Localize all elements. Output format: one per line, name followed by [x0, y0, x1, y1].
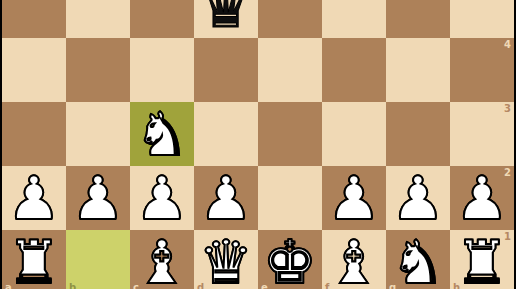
square-c5[interactable] [130, 0, 194, 38]
chess-board-viewport: ♜♞♝♚♝♞♜8♟♟♟♟♟♟♟76♛54♞3♟♟♟♟♟♟♟2♜ab♝c♛d♚e♝… [0, 0, 516, 289]
white-bishop[interactable]: ♝ [322, 230, 386, 289]
square-h5[interactable]: 5 [450, 0, 514, 38]
white-rook[interactable]: ♜ [2, 230, 66, 289]
square-f3[interactable] [322, 102, 386, 166]
black-queen[interactable]: ♛ [194, 0, 258, 38]
file-label-d: d [197, 283, 204, 289]
square-a5[interactable] [2, 0, 66, 38]
square-h2[interactable]: ♟2 [450, 166, 514, 230]
rank-label-2: 2 [504, 168, 511, 178]
square-b5[interactable] [66, 0, 130, 38]
file-label-b: b [69, 283, 76, 289]
square-c3[interactable]: ♞ [130, 102, 194, 166]
square-a4[interactable] [2, 38, 66, 102]
square-a2[interactable]: ♟ [2, 166, 66, 230]
file-label-a: a [5, 283, 12, 289]
square-e3[interactable] [258, 102, 322, 166]
square-e4[interactable] [258, 38, 322, 102]
square-f4[interactable] [322, 38, 386, 102]
chess-board: ♜♞♝♚♝♞♜8♟♟♟♟♟♟♟76♛54♞3♟♟♟♟♟♟♟2♜ab♝c♛d♚e♝… [2, 0, 514, 289]
square-c2[interactable]: ♟ [130, 166, 194, 230]
square-h3[interactable]: 3 [450, 102, 514, 166]
square-g3[interactable] [386, 102, 450, 166]
square-h1[interactable]: ♜1h [450, 230, 514, 289]
white-pawn[interactable]: ♟ [66, 166, 130, 230]
file-label-g: g [389, 283, 396, 289]
square-e5[interactable] [258, 0, 322, 38]
file-label-f: f [325, 283, 329, 289]
square-g2[interactable]: ♟ [386, 166, 450, 230]
square-d2[interactable]: ♟ [194, 166, 258, 230]
square-d1[interactable]: ♛d [194, 230, 258, 289]
square-d4[interactable] [194, 38, 258, 102]
white-king[interactable]: ♚ [258, 230, 322, 289]
square-h4[interactable]: 4 [450, 38, 514, 102]
white-pawn[interactable]: ♟ [130, 166, 194, 230]
square-f2[interactable]: ♟ [322, 166, 386, 230]
white-knight[interactable]: ♞ [386, 230, 450, 289]
square-b3[interactable] [66, 102, 130, 166]
square-g4[interactable] [386, 38, 450, 102]
square-c1[interactable]: ♝c [130, 230, 194, 289]
square-g5[interactable] [386, 0, 450, 38]
white-pawn[interactable]: ♟ [322, 166, 386, 230]
white-pawn[interactable]: ♟ [194, 166, 258, 230]
white-pawn[interactable]: ♟ [2, 166, 66, 230]
square-d5[interactable]: ♛ [194, 0, 258, 38]
file-label-h: h [453, 283, 460, 289]
square-b1[interactable]: b [66, 230, 130, 289]
square-c4[interactable] [130, 38, 194, 102]
square-a3[interactable] [2, 102, 66, 166]
file-label-c: c [133, 283, 139, 289]
square-f1[interactable]: ♝f [322, 230, 386, 289]
file-label-e: e [261, 283, 268, 289]
white-knight[interactable]: ♞ [130, 102, 194, 166]
square-e1[interactable]: ♚e [258, 230, 322, 289]
square-a1[interactable]: ♜a [2, 230, 66, 289]
square-f5[interactable] [322, 0, 386, 38]
white-queen[interactable]: ♛ [194, 230, 258, 289]
square-e2[interactable] [258, 166, 322, 230]
rank-label-4: 4 [504, 40, 511, 50]
rank-label-1: 1 [504, 232, 511, 242]
square-g1[interactable]: ♞g [386, 230, 450, 289]
white-pawn[interactable]: ♟ [386, 166, 450, 230]
rank-label-3: 3 [504, 104, 511, 114]
white-bishop[interactable]: ♝ [130, 230, 194, 289]
square-b4[interactable] [66, 38, 130, 102]
square-b2[interactable]: ♟ [66, 166, 130, 230]
square-d3[interactable] [194, 102, 258, 166]
